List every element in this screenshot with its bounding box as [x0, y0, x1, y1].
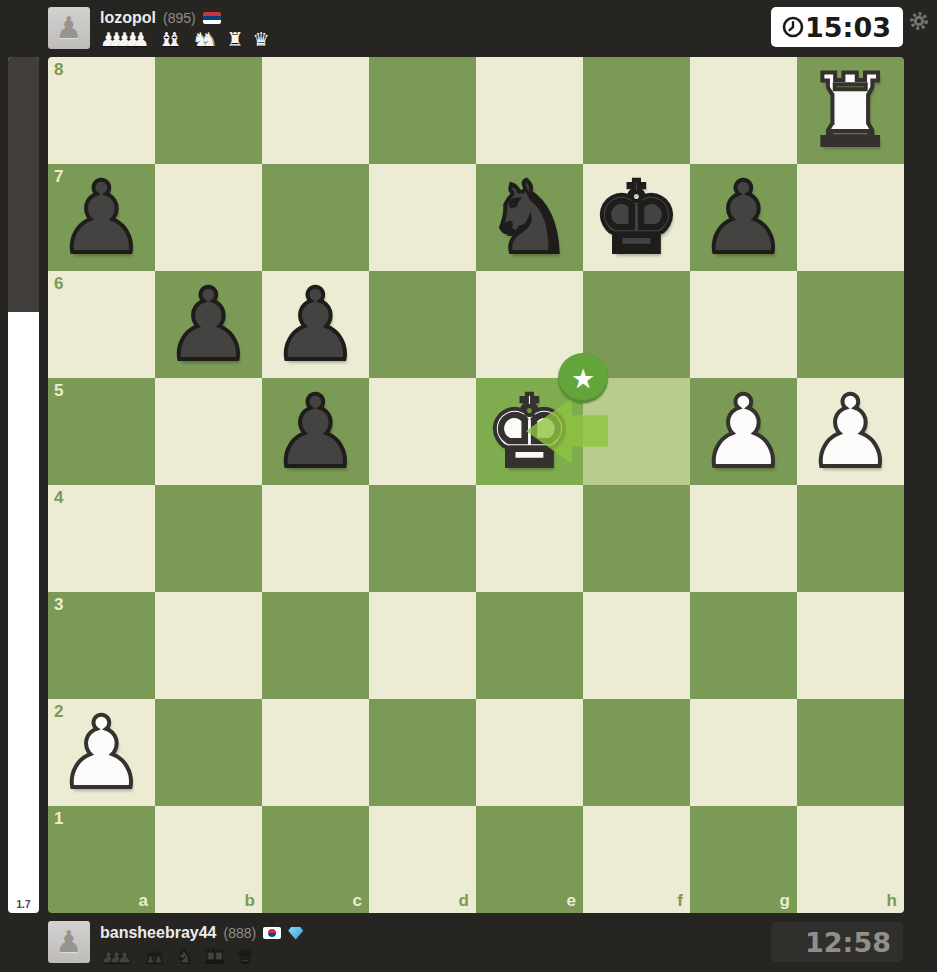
captured-b-group: ♝♝ — [158, 29, 183, 49]
square-a6[interactable]: 6 — [48, 271, 155, 378]
square-f8[interactable] — [583, 57, 690, 164]
square-d1[interactable]: d — [369, 806, 476, 913]
piece-black-k-f7[interactable]: ♚ — [583, 164, 690, 271]
rank-label-1: 1 — [54, 809, 63, 829]
square-c2[interactable] — [262, 699, 369, 806]
file-label-a: a — [139, 891, 148, 911]
captured-p-group: ♟♟♟♟♟ — [100, 29, 149, 49]
square-f1[interactable]: f — [583, 806, 690, 913]
square-h5[interactable]: ♟ — [797, 378, 904, 485]
rank-label-8: 8 — [54, 60, 63, 80]
square-g6[interactable] — [690, 271, 797, 378]
square-a4[interactable]: 4 — [48, 485, 155, 592]
square-a8[interactable]: 8 — [48, 57, 155, 164]
piece-white-p-g5[interactable]: ♟ — [690, 378, 797, 485]
star-icon: ★ — [571, 365, 595, 392]
square-f4[interactable] — [583, 485, 690, 592]
gear-icon — [908, 10, 930, 32]
bottom-player-name[interactable]: bansheebray44 — [100, 924, 217, 942]
premium-diamond-icon — [288, 927, 303, 940]
bottom-player-rating: (888) — [224, 925, 257, 941]
rank-label-3: 3 — [54, 595, 63, 615]
evaluation-bar: 1.7 — [8, 57, 39, 913]
square-c8[interactable] — [262, 57, 369, 164]
bottom-player-avatar[interactable]: ♟ — [48, 921, 90, 963]
captured-q-group: ♛ — [236, 946, 253, 966]
rank-label-5: 5 — [54, 381, 63, 401]
square-e7[interactable]: ♞ — [476, 164, 583, 271]
piece-black-p-c6[interactable]: ♟ — [262, 271, 369, 378]
captured-r-group: ♜ — [226, 29, 243, 49]
bottom-player-clock: 12:58 — [771, 922, 903, 962]
file-label-e: e — [567, 891, 576, 911]
piece-white-r-h8[interactable]: ♜ — [797, 57, 904, 164]
square-g5[interactable]: ♟ — [690, 378, 797, 485]
square-b7[interactable] — [155, 164, 262, 271]
square-g3[interactable] — [690, 592, 797, 699]
square-h6[interactable] — [797, 271, 904, 378]
square-g4[interactable] — [690, 485, 797, 592]
settings-button[interactable] — [908, 10, 930, 32]
square-a7[interactable]: 7♟ — [48, 164, 155, 271]
square-b3[interactable] — [155, 592, 262, 699]
top-player-clock: 15:03 — [771, 7, 903, 47]
default-avatar-pawn-icon: ♟ — [56, 13, 83, 43]
square-b8[interactable] — [155, 57, 262, 164]
square-f2[interactable] — [583, 699, 690, 806]
square-e1[interactable]: e — [476, 806, 583, 913]
square-d6[interactable] — [369, 271, 476, 378]
square-h8[interactable]: ♜ — [797, 57, 904, 164]
square-c1[interactable]: c — [262, 806, 369, 913]
square-h1[interactable]: h — [797, 806, 904, 913]
rank-label-6: 6 — [54, 274, 63, 294]
file-label-h: h — [887, 891, 897, 911]
square-d8[interactable] — [369, 57, 476, 164]
file-label-b: b — [245, 891, 255, 911]
square-e8[interactable] — [476, 57, 583, 164]
square-e3[interactable] — [476, 592, 583, 699]
rank-label-4: 4 — [54, 488, 63, 508]
square-c6[interactable]: ♟ — [262, 271, 369, 378]
serbia-flag-icon — [203, 12, 221, 24]
square-d4[interactable] — [369, 485, 476, 592]
square-g2[interactable] — [690, 699, 797, 806]
top-player-captured-pieces: ♟♟♟♟♟♝♝♞♞♜♛ — [100, 29, 270, 49]
piece-black-p-b6[interactable]: ♟ — [155, 271, 262, 378]
square-b5[interactable] — [155, 378, 262, 485]
square-c7[interactable] — [262, 164, 369, 271]
bottom-player-bar: ♟ bansheebray44 (888) ♟♟♟♝♝♞♜♜♛ 12:58 — [0, 913, 937, 972]
captured-p-group: ♟♟♟ — [100, 946, 133, 966]
square-e2[interactable] — [476, 699, 583, 806]
captured-q-group: ♛ — [252, 29, 269, 49]
square-b1[interactable]: b — [155, 806, 262, 913]
square-d7[interactable] — [369, 164, 476, 271]
square-c5[interactable]: ♟ — [262, 378, 369, 485]
square-e4[interactable] — [476, 485, 583, 592]
piece-white-p-h5[interactable]: ♟ — [797, 378, 904, 485]
top-player-bar: ♟ lozopol (895) ♟♟♟♟♟♝♝♞♞♜♛ 15:03 — [0, 0, 937, 57]
square-g8[interactable] — [690, 57, 797, 164]
best-move-star-badge: ★ — [558, 353, 608, 403]
top-clock-time: 15:03 — [805, 12, 891, 43]
captured-r-group: ♜♜ — [202, 946, 227, 966]
square-h2[interactable] — [797, 699, 904, 806]
square-f3[interactable] — [583, 592, 690, 699]
bottom-clock-time: 12:58 — [805, 927, 891, 958]
square-g1[interactable]: g — [690, 806, 797, 913]
square-d2[interactable] — [369, 699, 476, 806]
square-a1[interactable]: 1a — [48, 806, 155, 913]
piece-black-p-c5[interactable]: ♟ — [262, 378, 369, 485]
captured-n-group: ♞ — [176, 946, 193, 966]
square-c3[interactable] — [262, 592, 369, 699]
square-g7[interactable]: ♟ — [690, 164, 797, 271]
square-h3[interactable] — [797, 592, 904, 699]
piece-black-p-a7[interactable]: ♟ — [48, 164, 155, 271]
captured-n-group: ♞♞ — [192, 29, 217, 49]
square-a2[interactable]: 2♟ — [48, 699, 155, 806]
evaluation-bar-black-portion — [8, 57, 39, 312]
default-avatar-pawn-icon: ♟ — [56, 927, 83, 957]
piece-black-p-g7[interactable]: ♟ — [690, 164, 797, 271]
south-korea-flag-icon — [263, 927, 281, 939]
square-a5[interactable]: 5 — [48, 378, 155, 485]
square-h7[interactable] — [797, 164, 904, 271]
file-label-f: f — [677, 891, 683, 911]
square-h4[interactable] — [797, 485, 904, 592]
top-player-rating: (895) — [163, 10, 196, 26]
top-player-name[interactable]: lozopol — [100, 9, 156, 27]
piece-black-n-e7[interactable]: ♞ — [476, 164, 583, 271]
evaluation-score: 1.7 — [8, 899, 39, 910]
square-b2[interactable] — [155, 699, 262, 806]
square-f7[interactable]: ♚ — [583, 164, 690, 271]
square-a3[interactable]: 3 — [48, 592, 155, 699]
square-c4[interactable] — [262, 485, 369, 592]
captured-b-group: ♝♝ — [142, 946, 167, 966]
file-label-d: d — [459, 891, 469, 911]
square-b4[interactable] — [155, 485, 262, 592]
chess-board[interactable]: 8♜7♟♞♚♟6♟♟5♟♚♟♟432♟1abcdefgh★ — [48, 57, 904, 913]
file-label-g: g — [780, 891, 790, 911]
square-d3[interactable] — [369, 592, 476, 699]
clock-icon — [781, 15, 805, 39]
square-d5[interactable] — [369, 378, 476, 485]
file-label-c: c — [353, 891, 362, 911]
square-b6[interactable]: ♟ — [155, 271, 262, 378]
bottom-player-captured-pieces: ♟♟♟♝♝♞♜♜♛ — [100, 946, 253, 966]
top-player-avatar[interactable]: ♟ — [48, 7, 90, 49]
piece-white-p-a2[interactable]: ♟ — [48, 699, 155, 806]
